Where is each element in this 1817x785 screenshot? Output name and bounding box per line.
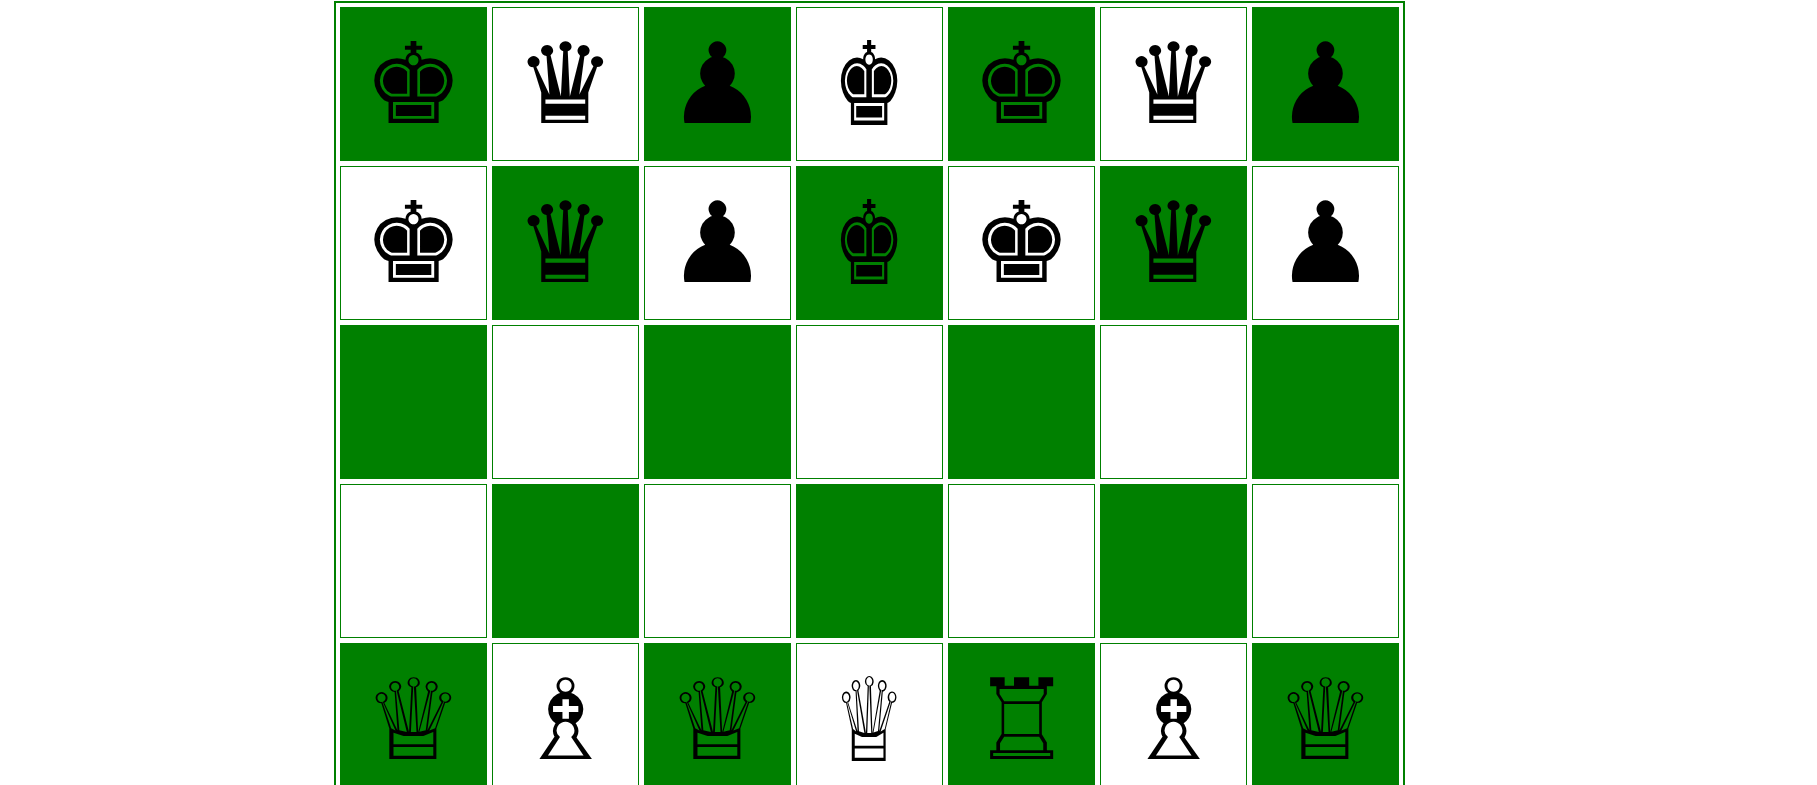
square-r2c7[interactable]: ♟ bbox=[1252, 166, 1399, 320]
square-r4c6[interactable] bbox=[1100, 484, 1247, 638]
black-queen: ♛ bbox=[1123, 28, 1223, 140]
square-r4c4[interactable] bbox=[796, 484, 943, 638]
black-pawn: ♟ bbox=[667, 187, 767, 299]
square-r3c5[interactable] bbox=[948, 325, 1095, 479]
white-queen: ♕ bbox=[833, 662, 905, 778]
square-r5c5[interactable]: ♖ bbox=[948, 643, 1095, 785]
square-r5c4[interactable]: ♕ bbox=[796, 643, 943, 785]
square-r3c7[interactable] bbox=[1252, 325, 1399, 479]
square-r4c7[interactable] bbox=[1252, 484, 1399, 638]
white-queen: ♕ bbox=[363, 664, 463, 776]
black-king: ♚ bbox=[833, 26, 905, 142]
square-r2c5[interactable]: ♚ bbox=[948, 166, 1095, 320]
square-r1c5[interactable]: ♚ bbox=[948, 7, 1095, 161]
square-r2c6[interactable]: ♛ bbox=[1100, 166, 1247, 320]
square-r5c2[interactable]: ♗ bbox=[492, 643, 639, 785]
square-r1c3[interactable]: ♟ bbox=[644, 7, 791, 161]
square-r5c1[interactable]: ♕ bbox=[340, 643, 487, 785]
white-queen: ♕ bbox=[1275, 664, 1375, 776]
square-r1c4[interactable]: ♚ bbox=[796, 7, 943, 161]
square-r3c6[interactable] bbox=[1100, 325, 1247, 479]
square-r2c1[interactable]: ♚ bbox=[340, 166, 487, 320]
square-r3c3[interactable] bbox=[644, 325, 791, 479]
square-r4c5[interactable] bbox=[948, 484, 1095, 638]
black-queen: ♛ bbox=[1123, 187, 1223, 299]
white-bishop: ♗ bbox=[1123, 664, 1223, 776]
black-pawn: ♟ bbox=[667, 28, 767, 140]
black-queen: ♛ bbox=[515, 187, 615, 299]
square-r2c4[interactable]: ♚ bbox=[796, 166, 943, 320]
square-r5c6[interactable]: ♗ bbox=[1100, 643, 1247, 785]
chess-board: ♚♛♟♚♚♛♟♚♛♟♚♚♛♟♕♗♕♕♖♗♕ bbox=[334, 1, 1405, 785]
black-pawn: ♟ bbox=[1275, 187, 1375, 299]
square-r3c2[interactable] bbox=[492, 325, 639, 479]
black-king: ♚ bbox=[971, 28, 1071, 140]
square-r1c1[interactable]: ♚ bbox=[340, 7, 487, 161]
white-bishop: ♗ bbox=[515, 664, 615, 776]
square-r1c7[interactable]: ♟ bbox=[1252, 7, 1399, 161]
black-king: ♚ bbox=[971, 187, 1071, 299]
square-r4c1[interactable] bbox=[340, 484, 487, 638]
square-r4c3[interactable] bbox=[644, 484, 791, 638]
square-r1c2[interactable]: ♛ bbox=[492, 7, 639, 161]
square-r3c1[interactable] bbox=[340, 325, 487, 479]
black-king: ♚ bbox=[363, 28, 463, 140]
white-queen: ♕ bbox=[667, 664, 767, 776]
square-r4c2[interactable] bbox=[492, 484, 639, 638]
black-king: ♚ bbox=[833, 185, 905, 301]
square-r1c6[interactable]: ♛ bbox=[1100, 7, 1247, 161]
square-r5c3[interactable]: ♕ bbox=[644, 643, 791, 785]
square-r3c4[interactable] bbox=[796, 325, 943, 479]
black-pawn: ♟ bbox=[1275, 28, 1375, 140]
square-r5c7[interactable]: ♕ bbox=[1252, 643, 1399, 785]
square-r2c2[interactable]: ♛ bbox=[492, 166, 639, 320]
square-r2c3[interactable]: ♟ bbox=[644, 166, 791, 320]
white-rook: ♖ bbox=[971, 664, 1071, 776]
black-queen: ♛ bbox=[515, 28, 615, 140]
black-king: ♚ bbox=[363, 187, 463, 299]
